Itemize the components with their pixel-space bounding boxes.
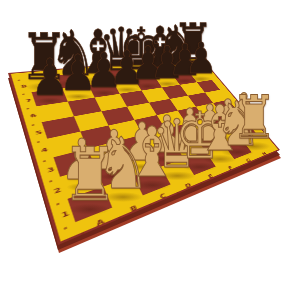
border-dot <box>64 227 68 230</box>
chessboard-photo: ABCDEFGH87654321 ♜♞♝♛♚♝♞♜♟♟♟♟♟♟♟♟♟♟♟♟♟♟♟… <box>0 0 285 285</box>
